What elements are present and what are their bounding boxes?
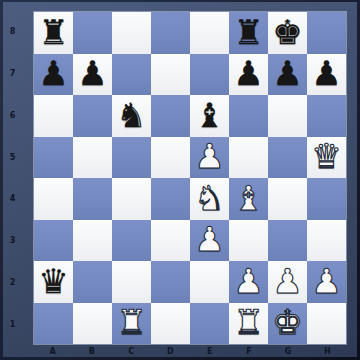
square-h5[interactable]: ♛: [307, 137, 346, 179]
square-b8[interactable]: [73, 12, 112, 54]
white-pawn: ♟: [194, 222, 224, 256]
rank-label-2: 2: [0, 262, 33, 304]
square-a1[interactable]: [34, 303, 73, 345]
file-label-b: B: [72, 345, 111, 358]
square-a3[interactable]: [34, 220, 73, 262]
square-e1[interactable]: [190, 303, 229, 345]
black-pawn: ♟: [38, 56, 68, 90]
square-d1[interactable]: [151, 303, 190, 345]
square-b4[interactable]: [73, 178, 112, 220]
white-knight: ♞: [194, 181, 224, 215]
square-e3[interactable]: ♟: [190, 220, 229, 262]
square-a4[interactable]: [34, 178, 73, 220]
square-e8[interactable]: [190, 12, 229, 54]
black-knight: ♞: [116, 98, 146, 132]
square-d3[interactable]: [151, 220, 190, 262]
black-rook: ♜: [233, 15, 263, 49]
square-g5[interactable]: [268, 137, 307, 179]
square-f8[interactable]: ♜: [229, 12, 268, 54]
black-king: ♚: [272, 15, 302, 49]
rank-label-6: 6: [0, 95, 33, 137]
square-g7[interactable]: ♟: [268, 54, 307, 96]
square-f6[interactable]: [229, 95, 268, 137]
file-label-g: G: [269, 345, 308, 358]
file-label-d: D: [151, 345, 190, 358]
square-d8[interactable]: [151, 12, 190, 54]
rank-label-7: 7: [0, 53, 33, 95]
white-rook: ♜: [116, 305, 146, 339]
square-g8[interactable]: ♚: [268, 12, 307, 54]
white-pawn: ♟: [194, 139, 224, 173]
white-bishop: ♝: [233, 181, 263, 215]
square-g1[interactable]: ♚: [268, 303, 307, 345]
square-a8[interactable]: ♜: [34, 12, 73, 54]
rank-label-8: 8: [0, 11, 33, 53]
rank-label-3: 3: [0, 220, 33, 262]
square-d4[interactable]: [151, 178, 190, 220]
square-b6[interactable]: [73, 95, 112, 137]
rank-labels: 8 7 6 5 4 3 2 1: [0, 11, 33, 345]
square-a2[interactable]: ♛: [34, 261, 73, 303]
white-pawn: ♟: [311, 264, 341, 298]
square-f5[interactable]: [229, 137, 268, 179]
rank-label-4: 4: [0, 178, 33, 220]
square-h7[interactable]: ♟: [307, 54, 346, 96]
file-label-c: C: [112, 345, 151, 358]
square-a5[interactable]: [34, 137, 73, 179]
square-h2[interactable]: ♟: [307, 261, 346, 303]
white-queen: ♛: [311, 139, 341, 173]
square-d5[interactable]: [151, 137, 190, 179]
square-b5[interactable]: [73, 137, 112, 179]
square-c4[interactable]: [112, 178, 151, 220]
square-e2[interactable]: [190, 261, 229, 303]
square-a7[interactable]: ♟: [34, 54, 73, 96]
square-h3[interactable]: [307, 220, 346, 262]
square-g3[interactable]: [268, 220, 307, 262]
square-f3[interactable]: [229, 220, 268, 262]
square-h1[interactable]: [307, 303, 346, 345]
square-f1[interactable]: ♜: [229, 303, 268, 345]
square-c3[interactable]: [112, 220, 151, 262]
board-frame: 8 7 6 5 4 3 2 1 ♜♜♚♟♟♟♟♟♞♝♟♛♞♝♟♛♟♟♟♜♜♚ A…: [0, 0, 360, 360]
chessboard: ♜♜♚♟♟♟♟♟♞♝♟♛♞♝♟♛♟♟♟♜♜♚: [33, 11, 347, 345]
square-h6[interactable]: [307, 95, 346, 137]
square-d2[interactable]: [151, 261, 190, 303]
white-king: ♚: [272, 305, 302, 339]
square-f7[interactable]: ♟: [229, 54, 268, 96]
square-c1[interactable]: ♜: [112, 303, 151, 345]
white-pawn: ♟: [272, 264, 302, 298]
white-rook: ♜: [233, 305, 263, 339]
black-pawn: ♟: [311, 56, 341, 90]
rank-label-1: 1: [0, 303, 33, 345]
square-d7[interactable]: [151, 54, 190, 96]
square-a6[interactable]: [34, 95, 73, 137]
square-e6[interactable]: ♝: [190, 95, 229, 137]
white-pawn: ♟: [233, 264, 263, 298]
black-pawn: ♟: [233, 56, 263, 90]
square-e7[interactable]: [190, 54, 229, 96]
square-h4[interactable]: [307, 178, 346, 220]
square-e5[interactable]: ♟: [190, 137, 229, 179]
square-g2[interactable]: ♟: [268, 261, 307, 303]
file-label-a: A: [33, 345, 72, 358]
square-h8[interactable]: [307, 12, 346, 54]
black-rook: ♜: [38, 15, 68, 49]
square-g6[interactable]: [268, 95, 307, 137]
square-e4[interactable]: ♞: [190, 178, 229, 220]
square-d6[interactable]: [151, 95, 190, 137]
square-f2[interactable]: ♟: [229, 261, 268, 303]
black-bishop: ♝: [194, 98, 224, 132]
black-pawn: ♟: [272, 56, 302, 90]
file-label-h: H: [308, 345, 347, 358]
black-queen: ♛: [38, 264, 68, 298]
square-c5[interactable]: [112, 137, 151, 179]
black-pawn: ♟: [77, 56, 107, 90]
square-c8[interactable]: [112, 12, 151, 54]
square-c6[interactable]: ♞: [112, 95, 151, 137]
square-b3[interactable]: [73, 220, 112, 262]
square-b2[interactable]: [73, 261, 112, 303]
square-b1[interactable]: [73, 303, 112, 345]
file-label-e: E: [190, 345, 229, 358]
file-label-f: F: [229, 345, 268, 358]
rank-label-5: 5: [0, 136, 33, 178]
square-c7[interactable]: [112, 54, 151, 96]
square-c2[interactable]: [112, 261, 151, 303]
square-f4[interactable]: ♝: [229, 178, 268, 220]
file-labels: A B C D E F G H: [33, 345, 347, 358]
square-b7[interactable]: ♟: [73, 54, 112, 96]
square-g4[interactable]: [268, 178, 307, 220]
